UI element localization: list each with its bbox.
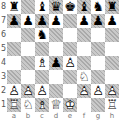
square-d8[interactable]: ♛	[49, 0, 63, 14]
file-label-c: c	[35, 112, 49, 120]
white-queen-d1[interactable]: ♕	[49, 98, 63, 112]
white-pawn-h2[interactable]: ♙	[105, 84, 119, 98]
square-e4[interactable]: ♙	[63, 56, 77, 70]
rank-label-8: 8	[0, 0, 7, 14]
black-knight-c6[interactable]: ♞	[35, 28, 49, 42]
black-pawn-d7[interactable]: ♟	[49, 14, 63, 28]
square-h3[interactable]	[105, 70, 119, 84]
square-a5[interactable]	[7, 42, 21, 56]
square-h1[interactable]: ♖	[105, 98, 119, 112]
square-h7[interactable]: ♟	[105, 14, 119, 28]
square-c7[interactable]: ♟	[35, 14, 49, 28]
square-f2[interactable]: ♙	[77, 84, 91, 98]
square-g1[interactable]	[91, 98, 105, 112]
file-labels: a b c d e f g h	[7, 112, 119, 120]
black-pawn-a7[interactable]: ♟	[7, 14, 21, 28]
square-h6[interactable]	[105, 28, 119, 42]
black-pawn-h7[interactable]: ♟	[105, 14, 119, 28]
square-g3[interactable]	[91, 70, 105, 84]
square-a1[interactable]: ♖	[7, 98, 21, 112]
square-b1[interactable]: ♘	[21, 98, 35, 112]
black-pawn-c7[interactable]: ♟	[35, 14, 49, 28]
file-label-b: b	[21, 112, 35, 120]
square-b5[interactable]	[21, 42, 35, 56]
chess-board: ♜♝♛♚♝♞♜♟♟♟♟♟♟♟♞♗♟♙♘♙♙♙♙♙♙♖♘♗♕♔♖	[7, 0, 119, 112]
square-b8[interactable]	[21, 0, 35, 14]
square-g8[interactable]: ♞	[91, 0, 105, 14]
square-a4[interactable]	[7, 56, 21, 70]
square-e6[interactable]	[63, 28, 77, 42]
square-d6[interactable]	[49, 28, 63, 42]
file-label-f: f	[77, 112, 91, 120]
square-e8[interactable]: ♚	[63, 0, 77, 14]
square-d1[interactable]: ♕	[49, 98, 63, 112]
black-pawn-b7[interactable]: ♟	[21, 14, 35, 28]
rank-label-6: 6	[0, 28, 7, 42]
rank-label-3: 3	[0, 70, 7, 84]
white-pawn-a2[interactable]: ♙	[7, 84, 21, 98]
square-e3[interactable]	[63, 70, 77, 84]
square-f8[interactable]: ♝	[77, 0, 91, 14]
square-f5[interactable]	[77, 42, 91, 56]
white-pawn-e4[interactable]: ♙	[63, 56, 77, 70]
white-pawn-c2[interactable]: ♙	[35, 84, 49, 98]
square-e2[interactable]	[63, 84, 77, 98]
square-b6[interactable]	[21, 28, 35, 42]
square-g2[interactable]: ♙	[91, 84, 105, 98]
file-label-d: d	[49, 112, 63, 120]
white-knight-f3[interactable]: ♘	[77, 70, 91, 84]
square-d5[interactable]	[49, 42, 63, 56]
file-label-a: a	[7, 112, 21, 120]
square-c5[interactable]	[35, 42, 49, 56]
rank-label-4: 4	[0, 56, 7, 70]
square-g7[interactable]: ♟	[91, 14, 105, 28]
white-rook-a1[interactable]: ♖	[7, 98, 21, 112]
black-rook-h8[interactable]: ♜	[105, 0, 119, 14]
rank-label-1: 1	[0, 98, 7, 112]
rank-label-7: 7	[0, 14, 7, 28]
rank-label-2: 2	[0, 84, 7, 98]
white-bishop-c4[interactable]: ♗	[35, 56, 49, 70]
black-bishop-f8[interactable]: ♝	[77, 0, 91, 14]
black-knight-g8[interactable]: ♞	[91, 0, 105, 14]
square-g5[interactable]	[91, 42, 105, 56]
square-c3[interactable]	[35, 70, 49, 84]
square-d4[interactable]: ♟	[49, 56, 63, 70]
square-h5[interactable]	[105, 42, 119, 56]
square-e1[interactable]: ♔	[63, 98, 77, 112]
file-label-h: h	[105, 112, 119, 120]
square-c2[interactable]: ♙	[35, 84, 49, 98]
square-f7[interactable]: ♟	[77, 14, 91, 28]
white-rook-h1[interactable]: ♖	[105, 98, 119, 112]
square-b7[interactable]: ♟	[21, 14, 35, 28]
square-a7[interactable]: ♟	[7, 14, 21, 28]
square-c8[interactable]: ♝	[35, 0, 49, 14]
square-e7[interactable]	[63, 14, 77, 28]
square-a3[interactable]	[7, 70, 21, 84]
black-pawn-d4[interactable]: ♟	[49, 56, 63, 70]
white-knight-b1[interactable]: ♘	[21, 98, 35, 112]
square-a8[interactable]: ♜	[7, 0, 21, 14]
white-pawn-b2[interactable]: ♙	[21, 84, 35, 98]
file-label-g: g	[91, 112, 105, 120]
chess-diagram: 8 7 6 5 4 3 2 1 ♜♝♛♚♝♞♜♟♟♟♟♟♟♟♞♗♟♙♘♙♙♙♙♙…	[0, 0, 120, 120]
white-pawn-f2[interactable]: ♙	[77, 84, 91, 98]
black-queen-d8[interactable]: ♛	[49, 0, 63, 14]
square-d3[interactable]	[49, 70, 63, 84]
square-h4[interactable]	[105, 56, 119, 70]
square-g4[interactable]	[91, 56, 105, 70]
black-king-e8[interactable]: ♚	[63, 0, 77, 14]
file-label-e: e	[63, 112, 77, 120]
rank-label-5: 5	[0, 42, 7, 56]
black-pawn-f7[interactable]: ♟	[77, 14, 91, 28]
white-pawn-g2[interactable]: ♙	[91, 84, 105, 98]
white-king-e1[interactable]: ♔	[63, 98, 77, 112]
square-f6[interactable]	[77, 28, 91, 42]
square-h2[interactable]: ♙	[105, 84, 119, 98]
square-a6[interactable]	[7, 28, 21, 42]
square-d7[interactable]: ♟	[49, 14, 63, 28]
square-c6[interactable]: ♞	[35, 28, 49, 42]
square-f4[interactable]	[77, 56, 91, 70]
square-c1[interactable]: ♗	[35, 98, 49, 112]
black-rook-a8[interactable]: ♜	[7, 0, 21, 14]
square-b3[interactable]	[21, 70, 35, 84]
square-e5[interactable]	[63, 42, 77, 56]
square-d2[interactable]	[49, 84, 63, 98]
black-pawn-g7[interactable]: ♟	[91, 14, 105, 28]
square-f1[interactable]	[77, 98, 91, 112]
square-h8[interactable]: ♜	[105, 0, 119, 14]
white-bishop-c1[interactable]: ♗	[35, 98, 49, 112]
square-g6[interactable]	[91, 28, 105, 42]
square-c4[interactable]: ♗	[35, 56, 49, 70]
square-a2[interactable]: ♙	[7, 84, 21, 98]
square-f3[interactable]: ♘	[77, 70, 91, 84]
rank-labels: 8 7 6 5 4 3 2 1	[0, 0, 7, 112]
square-b4[interactable]	[21, 56, 35, 70]
black-bishop-c8[interactable]: ♝	[35, 0, 49, 14]
square-b2[interactable]: ♙	[21, 84, 35, 98]
